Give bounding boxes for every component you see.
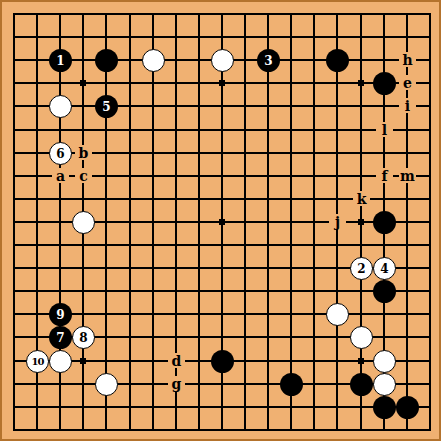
black-stone[interactable]	[396, 396, 419, 419]
black-stone[interactable]	[373, 72, 396, 95]
black-stone[interactable]	[373, 280, 396, 303]
white-stone[interactable]	[373, 373, 396, 396]
board-letter-a: a	[52, 168, 69, 183]
star-point	[80, 80, 86, 86]
black-stone-move-3[interactable]: 3	[257, 49, 280, 72]
board-letter-i: i	[399, 98, 416, 113]
white-stone[interactable]	[326, 303, 349, 326]
black-stone-move-5[interactable]: 5	[95, 95, 118, 118]
star-point	[358, 80, 364, 86]
star-point	[358, 219, 364, 225]
grid-line-vertical	[290, 13, 292, 431]
white-stone[interactable]	[95, 373, 118, 396]
board-letter-m: m	[399, 168, 416, 183]
white-stone-move-10[interactable]: 10	[26, 350, 49, 373]
move-number: 7	[56, 332, 64, 344]
grid-line-horizontal	[13, 429, 431, 431]
board-letter-f: f	[376, 168, 393, 183]
star-point	[80, 358, 86, 364]
black-stone[interactable]	[350, 373, 373, 396]
board-letter-k: k	[353, 191, 370, 206]
white-stone-move-6[interactable]: 6	[49, 142, 72, 165]
black-stone[interactable]	[95, 49, 118, 72]
grid-line-horizontal	[13, 313, 431, 315]
black-stone[interactable]	[326, 49, 349, 72]
grid-line-horizontal	[13, 406, 431, 408]
move-number: 8	[79, 332, 87, 344]
black-stone[interactable]	[373, 396, 396, 419]
black-stone-move-9[interactable]: 9	[49, 303, 72, 326]
go-board[interactable]: abcdefghijklm13562497810	[0, 0, 441, 441]
move-number: 4	[380, 263, 388, 275]
move-number: 3	[264, 55, 272, 67]
move-number: 6	[56, 148, 64, 160]
black-stone[interactable]	[280, 373, 303, 396]
black-stone-move-7[interactable]: 7	[49, 326, 72, 349]
move-number: 1	[56, 55, 64, 67]
black-stone[interactable]	[373, 211, 396, 234]
white-stone-move-4[interactable]: 4	[373, 257, 396, 280]
grid-line-horizontal	[13, 290, 431, 292]
move-number: 9	[56, 309, 64, 321]
board-letter-e: e	[399, 75, 416, 90]
move-number: 10	[32, 357, 44, 367]
white-stone-move-2[interactable]: 2	[350, 257, 373, 280]
board-letter-l: l	[376, 122, 393, 137]
move-number: 2	[357, 263, 365, 275]
board-letter-j: j	[329, 214, 346, 229]
board-letter-g: g	[168, 376, 185, 391]
black-stone-move-1[interactable]: 1	[49, 49, 72, 72]
grid-line-vertical	[267, 13, 269, 431]
move-number: 5	[102, 101, 110, 113]
grid-line-horizontal	[13, 244, 431, 246]
grid-line-vertical	[244, 13, 246, 431]
board-letter-h: h	[399, 52, 416, 67]
board-letter-b: b	[75, 145, 92, 160]
grid-line-vertical	[313, 13, 315, 431]
grid-line-vertical	[429, 13, 431, 431]
white-stone[interactable]	[350, 326, 373, 349]
board-letter-d: d	[168, 353, 185, 368]
white-stone[interactable]	[49, 95, 72, 118]
star-point	[358, 358, 364, 364]
black-stone[interactable]	[211, 350, 234, 373]
white-stone[interactable]	[211, 49, 234, 72]
white-stone[interactable]	[142, 49, 165, 72]
white-stone[interactable]	[373, 350, 396, 373]
board-letter-c: c	[75, 168, 92, 183]
white-stone[interactable]	[72, 211, 95, 234]
white-stone[interactable]	[49, 350, 72, 373]
star-point	[219, 80, 225, 86]
white-stone-move-8[interactable]: 8	[72, 326, 95, 349]
star-point	[219, 219, 225, 225]
